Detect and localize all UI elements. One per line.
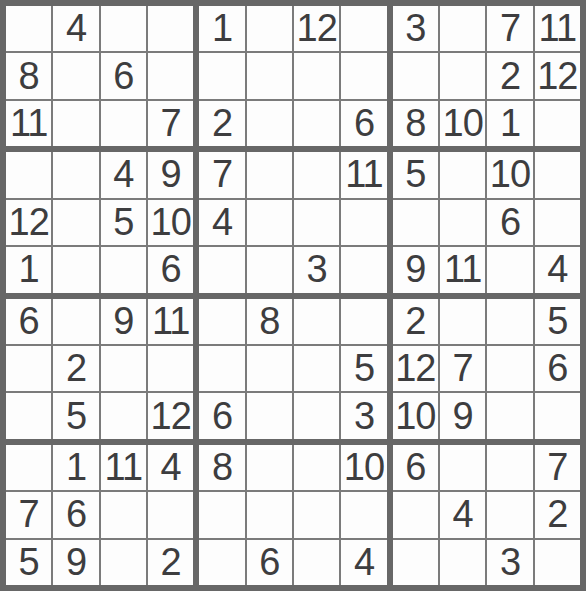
- cell-r10c5[interactable]: 8: [199, 445, 244, 490]
- cell-r3c6[interactable]: [247, 101, 292, 146]
- cell-r9c9[interactable]: 10: [393, 393, 438, 438]
- cell-r8c11[interactable]: [487, 346, 532, 391]
- cell-r12c7[interactable]: [294, 540, 339, 585]
- cell-r6c11[interactable]: [487, 247, 532, 292]
- cell-r9c2[interactable]: 5: [53, 393, 98, 438]
- cell-r4c5[interactable]: 7: [199, 152, 244, 197]
- cell-r1c7[interactable]: 12: [294, 6, 339, 51]
- cell-r10c8[interactable]: 10: [341, 445, 386, 490]
- cell-r1c2[interactable]: 4: [53, 6, 98, 51]
- box-r2c3: 51069114: [393, 152, 580, 292]
- cell-r5c9[interactable]: [393, 200, 438, 245]
- cell-r2c11[interactable]: 2: [487, 53, 532, 98]
- cell-r12c1[interactable]: 5: [6, 540, 51, 585]
- cell-r11c1[interactable]: 7: [6, 492, 51, 537]
- cell-r12c12[interactable]: [535, 540, 580, 585]
- cell-r11c9[interactable]: [393, 492, 438, 537]
- box-r4c3: 67423: [393, 445, 580, 585]
- box-r4c2: 81064: [199, 445, 386, 585]
- cell-r5c7[interactable]: [294, 200, 339, 245]
- cell-r1c8[interactable]: [341, 6, 386, 51]
- cell-r10c3[interactable]: 11: [101, 445, 146, 490]
- cell-r5c6[interactable]: [247, 200, 292, 245]
- cell-r9c7[interactable]: [294, 393, 339, 438]
- cell-r11c8[interactable]: [341, 492, 386, 537]
- cell-r6c10[interactable]: 11: [440, 247, 485, 292]
- cell-r6c12[interactable]: 4: [535, 247, 580, 292]
- cell-r8c7[interactable]: [294, 346, 339, 391]
- cell-r11c12[interactable]: 2: [535, 492, 580, 537]
- cell-r8c6[interactable]: [247, 346, 292, 391]
- cell-r10c6[interactable]: [247, 445, 292, 490]
- box-r4c1: 111476592: [6, 445, 193, 585]
- cell-r3c4[interactable]: 7: [148, 101, 193, 146]
- cell-r12c9[interactable]: [393, 540, 438, 585]
- cell-r2c6[interactable]: [247, 53, 292, 98]
- cell-r9c4[interactable]: 12: [148, 393, 193, 438]
- cell-r9c10[interactable]: 9: [440, 393, 485, 438]
- cell-r7c11[interactable]: [487, 299, 532, 344]
- box-r3c3: 251276109: [393, 299, 580, 439]
- cell-r4c1[interactable]: [6, 152, 51, 197]
- cell-r6c6[interactable]: [247, 247, 292, 292]
- cell-r1c12[interactable]: 11: [535, 6, 580, 51]
- cell-r11c3[interactable]: [101, 492, 146, 537]
- cell-r10c1[interactable]: [6, 445, 51, 490]
- cell-r4c4[interactable]: 9: [148, 152, 193, 197]
- cell-r8c2[interactable]: 2: [53, 346, 98, 391]
- cell-r12c3[interactable]: [101, 540, 146, 585]
- cell-r7c4[interactable]: 11: [148, 299, 193, 344]
- cell-r5c3[interactable]: 5: [101, 200, 146, 245]
- box-r2c1: 491251016: [6, 152, 193, 292]
- cell-r2c9[interactable]: [393, 53, 438, 98]
- cell-r8c5[interactable]: [199, 346, 244, 391]
- cell-r2c5[interactable]: [199, 53, 244, 98]
- cell-r3c12[interactable]: [535, 101, 580, 146]
- cell-r4c3[interactable]: 4: [101, 152, 146, 197]
- cell-r7c1[interactable]: 6: [6, 299, 51, 344]
- cell-r1c3[interactable]: [101, 6, 146, 51]
- cell-r3c8[interactable]: 6: [341, 101, 386, 146]
- cell-r7c9[interactable]: 2: [393, 299, 438, 344]
- cell-r9c12[interactable]: [535, 393, 580, 438]
- cell-r3c10[interactable]: 10: [440, 101, 485, 146]
- cell-r4c11[interactable]: 10: [487, 152, 532, 197]
- cell-r7c5[interactable]: [199, 299, 244, 344]
- cell-r12c10[interactable]: [440, 540, 485, 585]
- cell-r6c4[interactable]: 6: [148, 247, 193, 292]
- cell-r4c9[interactable]: 5: [393, 152, 438, 197]
- cell-r2c1[interactable]: 8: [6, 53, 51, 98]
- cell-r4c10[interactable]: [440, 152, 485, 197]
- cell-r1c9[interactable]: 3: [393, 6, 438, 51]
- cell-r5c8[interactable]: [341, 200, 386, 245]
- cell-r10c2[interactable]: 1: [53, 445, 98, 490]
- cell-r7c7[interactable]: [294, 299, 339, 344]
- cell-r4c6[interactable]: [247, 152, 292, 197]
- cell-r10c7[interactable]: [294, 445, 339, 490]
- cell-r7c8[interactable]: [341, 299, 386, 344]
- cell-r1c5[interactable]: 1: [199, 6, 244, 51]
- cell-r2c4[interactable]: [148, 53, 193, 98]
- sudoku-board: 4861171122637112128101491251016711435106…: [0, 0, 586, 591]
- cell-r9c6[interactable]: [247, 393, 292, 438]
- cell-r1c11[interactable]: 7: [487, 6, 532, 51]
- cell-r8c9[interactable]: 12: [393, 346, 438, 391]
- cell-r3c3[interactable]: [101, 101, 146, 146]
- cell-r5c10[interactable]: [440, 200, 485, 245]
- cell-r12c8[interactable]: 4: [341, 540, 386, 585]
- cell-r11c7[interactable]: [294, 492, 339, 537]
- cell-r11c4[interactable]: [148, 492, 193, 537]
- cell-r4c8[interactable]: 11: [341, 152, 386, 197]
- cell-r7c2[interactable]: [53, 299, 98, 344]
- cell-r6c2[interactable]: [53, 247, 98, 292]
- box-r1c2: 11226: [199, 6, 386, 146]
- cell-r2c8[interactable]: [341, 53, 386, 98]
- cell-r9c5[interactable]: 6: [199, 393, 244, 438]
- box-r2c2: 71143: [199, 152, 386, 292]
- cell-r11c2[interactable]: 6: [53, 492, 98, 537]
- cell-r6c7[interactable]: 3: [294, 247, 339, 292]
- cell-r11c6[interactable]: [247, 492, 292, 537]
- cell-r4c12[interactable]: [535, 152, 580, 197]
- cell-r9c1[interactable]: [6, 393, 51, 438]
- cell-r8c10[interactable]: 7: [440, 346, 485, 391]
- cell-r3c7[interactable]: [294, 101, 339, 146]
- cell-r12c11[interactable]: 3: [487, 540, 532, 585]
- cell-r8c12[interactable]: 6: [535, 346, 580, 391]
- cell-r7c10[interactable]: [440, 299, 485, 344]
- cell-r2c12[interactable]: 12: [535, 53, 580, 98]
- cell-r1c6[interactable]: [247, 6, 292, 51]
- cell-r2c7[interactable]: [294, 53, 339, 98]
- cell-r5c11[interactable]: 6: [487, 200, 532, 245]
- box-r1c3: 37112128101: [393, 6, 580, 146]
- cell-r6c9[interactable]: 9: [393, 247, 438, 292]
- cell-r1c10[interactable]: [440, 6, 485, 51]
- cell-r7c6[interactable]: 8: [247, 299, 292, 344]
- cell-r4c2[interactable]: [53, 152, 98, 197]
- cell-r8c4[interactable]: [148, 346, 193, 391]
- cell-r11c5[interactable]: [199, 492, 244, 537]
- cell-r12c2[interactable]: 9: [53, 540, 98, 585]
- cell-r6c1[interactable]: 1: [6, 247, 51, 292]
- cell-r6c5[interactable]: [199, 247, 244, 292]
- cell-r6c8[interactable]: [341, 247, 386, 292]
- cell-r1c1[interactable]: [6, 6, 51, 51]
- cell-r9c8[interactable]: 3: [341, 393, 386, 438]
- cell-r5c5[interactable]: 4: [199, 200, 244, 245]
- cell-r11c10[interactable]: 4: [440, 492, 485, 537]
- cell-r12c4[interactable]: 2: [148, 540, 193, 585]
- cell-r2c3[interactable]: 6: [101, 53, 146, 98]
- cell-r9c11[interactable]: [487, 393, 532, 438]
- cell-r3c9[interactable]: 8: [393, 101, 438, 146]
- cell-r9c3[interactable]: [101, 393, 146, 438]
- cell-r3c2[interactable]: [53, 101, 98, 146]
- cell-r11c11[interactable]: [487, 492, 532, 537]
- box-r3c2: 8563: [199, 299, 386, 439]
- cell-r2c2[interactable]: [53, 53, 98, 98]
- cell-r12c6[interactable]: 6: [247, 540, 292, 585]
- cell-r10c12[interactable]: 7: [535, 445, 580, 490]
- cell-r5c12[interactable]: [535, 200, 580, 245]
- cell-r8c3[interactable]: [101, 346, 146, 391]
- box-r1c1: 486117: [6, 6, 193, 146]
- cell-r8c1[interactable]: [6, 346, 51, 391]
- cell-r3c1[interactable]: 11: [6, 101, 51, 146]
- cell-r1c4[interactable]: [148, 6, 193, 51]
- cell-r10c11[interactable]: [487, 445, 532, 490]
- cell-r5c1[interactable]: 12: [6, 200, 51, 245]
- cell-r7c3[interactable]: 9: [101, 299, 146, 344]
- cell-r4c7[interactable]: [294, 152, 339, 197]
- cell-r7c12[interactable]: 5: [535, 299, 580, 344]
- cell-r2c10[interactable]: [440, 53, 485, 98]
- cell-r3c5[interactable]: 2: [199, 101, 244, 146]
- cell-r10c9[interactable]: 6: [393, 445, 438, 490]
- cell-r3c11[interactable]: 1: [487, 101, 532, 146]
- cell-r5c4[interactable]: 10: [148, 200, 193, 245]
- cell-r12c5[interactable]: [199, 540, 244, 585]
- cell-r5c2[interactable]: [53, 200, 98, 245]
- box-r3c1: 69112512: [6, 299, 193, 439]
- cell-r10c4[interactable]: 4: [148, 445, 193, 490]
- cell-r6c3[interactable]: [101, 247, 146, 292]
- cell-r10c10[interactable]: [440, 445, 485, 490]
- cell-r8c8[interactable]: 5: [341, 346, 386, 391]
